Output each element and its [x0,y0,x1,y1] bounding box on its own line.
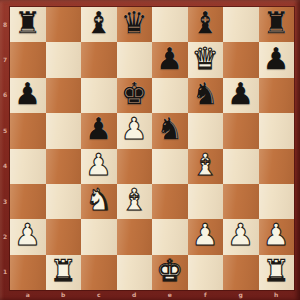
square-a6[interactable]: ♟ [10,78,46,113]
square-g4[interactable] [223,149,259,184]
square-h4[interactable] [259,149,295,184]
square-b4[interactable] [46,149,82,184]
piece-white-pawn-d5: ♟ [121,114,148,144]
piece-white-bishop-f4: ♝ [192,150,219,180]
square-f1[interactable] [188,255,224,290]
square-e8[interactable] [152,7,188,42]
rank-label-8: 8 [0,7,10,42]
piece-white-pawn-h2: ♟ [263,220,290,250]
rank-coordinates: 87654321 [0,7,10,290]
square-h5[interactable] [259,113,295,148]
square-f2[interactable]: ♟ [188,219,224,254]
square-h6[interactable] [259,78,295,113]
square-b6[interactable] [46,78,82,113]
square-g1[interactable] [223,255,259,290]
square-b5[interactable] [46,113,82,148]
file-label-e: e [152,290,188,300]
square-c6[interactable] [81,78,117,113]
square-g2[interactable]: ♟ [223,219,259,254]
square-a4[interactable] [10,149,46,184]
square-f5[interactable] [188,113,224,148]
square-e4[interactable] [152,149,188,184]
square-b1[interactable]: ♜ [46,255,82,290]
square-a8[interactable]: ♜ [10,7,46,42]
piece-white-king-e1: ♚ [156,256,183,286]
square-d3[interactable]: ♝ [117,184,153,219]
rank-label-7: 7 [0,42,10,77]
square-d2[interactable] [117,219,153,254]
square-e5[interactable]: ♞ [152,113,188,148]
square-g8[interactable] [223,7,259,42]
square-d5[interactable]: ♟ [117,113,153,148]
piece-black-bishop-c8: ♝ [85,8,112,38]
square-e1[interactable]: ♚ [152,255,188,290]
square-d6[interactable]: ♚ [117,78,153,113]
square-c4[interactable]: ♟ [81,149,117,184]
square-f6[interactable]: ♞ [188,78,224,113]
square-f3[interactable] [188,184,224,219]
piece-black-rook-a8: ♜ [14,8,41,38]
square-c2[interactable] [81,219,117,254]
piece-black-queen-d8: ♛ [121,8,148,38]
piece-black-knight-f6: ♞ [192,79,219,109]
square-d8[interactable]: ♛ [117,7,153,42]
piece-white-rook-h1: ♜ [263,256,290,286]
file-label-g: g [223,290,259,300]
file-coordinates: abcdefgh [10,290,294,300]
square-g7[interactable] [223,42,259,77]
piece-black-pawn-c5: ♟ [85,114,112,144]
square-a3[interactable] [10,184,46,219]
square-c7[interactable] [81,42,117,77]
piece-black-pawn-a6: ♟ [14,79,41,109]
square-e6[interactable] [152,78,188,113]
square-f7[interactable]: ♛ [188,42,224,77]
piece-white-bishop-d3: ♝ [121,185,148,215]
square-a1[interactable] [10,255,46,290]
piece-black-bishop-f8: ♝ [192,8,219,38]
square-h7[interactable]: ♟ [259,42,295,77]
chess-diagram: 87654321 ♜♝♛♝♜♟♛♟♟♚♞♟♟♟♞♟♝♞♝♟♟♟♟♜♚♜ abcd… [0,0,300,300]
piece-black-pawn-g6: ♟ [227,79,254,109]
square-b7[interactable] [46,42,82,77]
piece-black-rook-h8: ♜ [263,8,290,38]
rank-label-2: 2 [0,219,10,254]
square-d7[interactable] [117,42,153,77]
piece-white-pawn-g2: ♟ [227,220,254,250]
piece-white-knight-c3: ♞ [85,185,112,215]
square-g3[interactable] [223,184,259,219]
square-e3[interactable] [152,184,188,219]
file-label-b: b [46,290,82,300]
piece-white-rook-b1: ♜ [50,256,77,286]
square-a2[interactable]: ♟ [10,219,46,254]
rank-label-5: 5 [0,113,10,148]
piece-white-pawn-a2: ♟ [14,220,41,250]
square-c1[interactable] [81,255,117,290]
file-label-f: f [188,290,224,300]
square-h1[interactable]: ♜ [259,255,295,290]
piece-black-knight-e5: ♞ [156,114,183,144]
square-d4[interactable] [117,149,153,184]
piece-white-queen-f7: ♛ [192,44,219,74]
piece-black-pawn-e7: ♟ [156,44,183,74]
square-f4[interactable]: ♝ [188,149,224,184]
file-label-h: h [259,290,295,300]
file-label-d: d [117,290,153,300]
square-d1[interactable] [117,255,153,290]
piece-white-pawn-f2: ♟ [192,220,219,250]
square-h8[interactable]: ♜ [259,7,295,42]
square-g6[interactable]: ♟ [223,78,259,113]
rank-label-1: 1 [0,255,10,290]
square-g5[interactable] [223,113,259,148]
square-f8[interactable]: ♝ [188,7,224,42]
rank-label-3: 3 [0,184,10,219]
square-h3[interactable] [259,184,295,219]
rank-label-6: 6 [0,78,10,113]
square-c5[interactable]: ♟ [81,113,117,148]
square-b3[interactable] [46,184,82,219]
square-h2[interactable]: ♟ [259,219,295,254]
square-c8[interactable]: ♝ [81,7,117,42]
square-a7[interactable] [10,42,46,77]
square-a5[interactable] [10,113,46,148]
piece-black-pawn-h7: ♟ [263,44,290,74]
rank-label-4: 4 [0,149,10,184]
piece-white-pawn-c4: ♟ [85,150,112,180]
file-label-c: c [81,290,117,300]
square-e2[interactable] [152,219,188,254]
piece-black-king-d6: ♚ [121,79,148,109]
square-b8[interactable] [46,7,82,42]
square-e7[interactable]: ♟ [152,42,188,77]
square-c3[interactable]: ♞ [81,184,117,219]
file-label-a: a [10,290,46,300]
square-b2[interactable] [46,219,82,254]
chess-board: ♜♝♛♝♜♟♛♟♟♚♞♟♟♟♞♟♝♞♝♟♟♟♟♜♚♜ [10,7,294,290]
